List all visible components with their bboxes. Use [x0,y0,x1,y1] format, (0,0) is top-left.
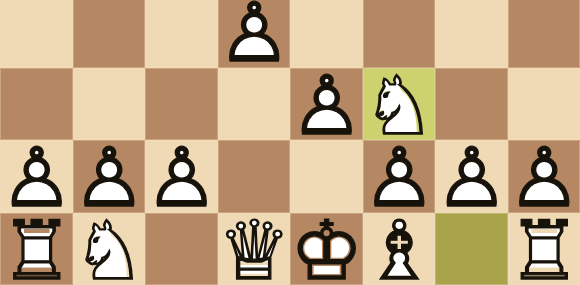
square-b1[interactable]: ♞♘ [73,213,146,285]
square-d4[interactable]: ♟♙ [218,0,291,68]
square-a4[interactable] [0,0,73,68]
square-c4[interactable] [145,0,218,68]
piece-white-pawn[interactable]: ♟♙ [145,140,218,213]
square-g4[interactable] [435,0,508,68]
square-e3[interactable]: ♟♙ [290,68,363,141]
white-pawn-outline-glyph: ♙ [435,142,509,215]
piece-white-queen[interactable]: ♛♕ [218,213,291,285]
square-a1[interactable]: ♜♖ [0,213,73,285]
chess-board: ♟♙♟♙♞♘♟♙♟♙♟♙♟♙♟♙♟♙♜♖♞♘♛♕♚♔♝♗♜♖ [0,0,580,285]
square-c1[interactable] [145,213,218,285]
white-pawn-outline-glyph: ♙ [218,0,292,70]
piece-white-pawn[interactable]: ♟♙ [290,68,363,141]
white-bishop-outline-glyph: ♗ [363,215,437,285]
piece-white-rook[interactable]: ♜♖ [0,213,73,285]
square-g2[interactable]: ♟♙ [435,140,508,213]
square-e1[interactable]: ♚♔ [290,213,363,285]
white-knight-outline-glyph: ♘ [73,215,147,285]
white-pawn-outline-glyph: ♙ [145,142,219,215]
square-f1[interactable]: ♝♗ [363,213,436,285]
piece-white-king[interactable]: ♚♔ [290,213,363,285]
square-h1[interactable]: ♜♖ [508,213,580,285]
white-queen-outline-glyph: ♕ [218,215,292,285]
white-rook-outline-glyph: ♖ [0,215,74,285]
board-grid: ♟♙♟♙♞♘♟♙♟♙♟♙♟♙♟♙♟♙♜♖♞♘♛♕♚♔♝♗♜♖ [0,0,580,285]
square-g1[interactable] [435,213,508,285]
piece-white-pawn[interactable]: ♟♙ [218,0,291,68]
square-c2[interactable]: ♟♙ [145,140,218,213]
white-pawn-outline-glyph: ♙ [290,70,364,143]
piece-white-knight[interactable]: ♞♘ [73,213,146,285]
white-king-outline-glyph: ♔ [290,215,364,285]
piece-white-rook[interactable]: ♜♖ [508,213,580,285]
square-h4[interactable] [508,0,580,68]
white-rook-outline-glyph: ♖ [508,215,580,285]
square-d3[interactable] [218,68,291,141]
square-b4[interactable] [73,0,146,68]
piece-white-pawn[interactable]: ♟♙ [435,140,508,213]
piece-white-bishop[interactable]: ♝♗ [363,213,436,285]
square-d1[interactable]: ♛♕ [218,213,291,285]
